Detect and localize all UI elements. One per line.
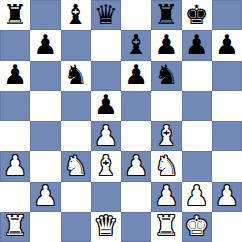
square-g5[interactable] bbox=[182, 91, 212, 121]
square-h8[interactable] bbox=[212, 0, 242, 30]
black-pawn-h7[interactable]: ♟ bbox=[215, 31, 239, 58]
square-c2[interactable] bbox=[61, 182, 91, 212]
black-rook-a8[interactable]: ♜ bbox=[3, 1, 27, 28]
square-c3[interactable]: ♞ bbox=[61, 151, 91, 181]
white-pawn-f2[interactable]: ♟ bbox=[154, 182, 178, 209]
square-g2[interactable]: ♟ bbox=[182, 182, 212, 212]
square-h1[interactable] bbox=[212, 212, 242, 242]
square-e7[interactable]: ♝ bbox=[121, 30, 151, 60]
square-f7[interactable]: ♟ bbox=[151, 30, 181, 60]
square-c6[interactable]: ♞ bbox=[61, 61, 91, 91]
square-b6[interactable] bbox=[30, 61, 60, 91]
white-rook-f1[interactable]: ♜ bbox=[154, 212, 178, 239]
square-f8[interactable]: ♜ bbox=[151, 0, 181, 30]
square-h6[interactable] bbox=[212, 61, 242, 91]
square-f4[interactable]: ♝ bbox=[151, 121, 181, 151]
black-pawn-b7[interactable]: ♟ bbox=[33, 31, 57, 58]
square-h3[interactable] bbox=[212, 151, 242, 181]
square-a8[interactable]: ♜ bbox=[0, 0, 30, 30]
white-knight-c3[interactable]: ♞ bbox=[64, 152, 88, 179]
square-e3[interactable]: ♟ bbox=[121, 151, 151, 181]
square-b8[interactable] bbox=[30, 0, 60, 30]
square-d4[interactable]: ♟ bbox=[91, 121, 121, 151]
white-pawn-a3[interactable]: ♟ bbox=[3, 152, 27, 179]
square-f3[interactable]: ♞ bbox=[151, 151, 181, 181]
black-pawn-d5[interactable]: ♟ bbox=[94, 91, 118, 118]
square-h2[interactable]: ♟ bbox=[212, 182, 242, 212]
black-pawn-f7[interactable]: ♟ bbox=[154, 31, 178, 58]
black-rook-f8[interactable]: ♜ bbox=[154, 1, 178, 28]
square-d7[interactable] bbox=[91, 30, 121, 60]
square-g4[interactable] bbox=[182, 121, 212, 151]
square-c5[interactable] bbox=[61, 91, 91, 121]
black-queen-d8[interactable]: ♛ bbox=[94, 1, 118, 28]
black-king-g8[interactable]: ♚ bbox=[185, 1, 209, 28]
square-g8[interactable]: ♚ bbox=[182, 0, 212, 30]
square-e6[interactable]: ♟ bbox=[121, 61, 151, 91]
square-c7[interactable] bbox=[61, 30, 91, 60]
square-c1[interactable] bbox=[61, 212, 91, 242]
square-e8[interactable] bbox=[121, 0, 151, 30]
square-a1[interactable]: ♜ bbox=[0, 212, 30, 242]
white-queen-d1[interactable]: ♛ bbox=[94, 212, 118, 239]
square-h4[interactable] bbox=[212, 121, 242, 151]
black-knight-c6[interactable]: ♞ bbox=[64, 61, 88, 88]
black-pawn-e6[interactable]: ♟ bbox=[124, 61, 148, 88]
square-c4[interactable] bbox=[61, 121, 91, 151]
square-d8[interactable]: ♛ bbox=[91, 0, 121, 30]
square-b3[interactable] bbox=[30, 151, 60, 181]
square-a6[interactable]: ♟ bbox=[0, 61, 30, 91]
black-bishop-e7[interactable]: ♝ bbox=[124, 31, 148, 58]
square-f2[interactable]: ♟ bbox=[151, 182, 181, 212]
square-a2[interactable] bbox=[0, 182, 30, 212]
white-pawn-g2[interactable]: ♟ bbox=[185, 182, 209, 209]
square-d6[interactable] bbox=[91, 61, 121, 91]
square-f6[interactable]: ♞ bbox=[151, 61, 181, 91]
square-e4[interactable] bbox=[121, 121, 151, 151]
black-pawn-g7[interactable]: ♟ bbox=[185, 31, 209, 58]
square-a5[interactable] bbox=[0, 91, 30, 121]
square-b4[interactable] bbox=[30, 121, 60, 151]
square-d3[interactable]: ♝ bbox=[91, 151, 121, 181]
square-h7[interactable]: ♟ bbox=[212, 30, 242, 60]
square-e2[interactable] bbox=[121, 182, 151, 212]
white-king-g1[interactable]: ♚ bbox=[185, 212, 209, 239]
square-g7[interactable]: ♟ bbox=[182, 30, 212, 60]
square-b1[interactable] bbox=[30, 212, 60, 242]
square-b2[interactable]: ♟ bbox=[30, 182, 60, 212]
square-e1[interactable] bbox=[121, 212, 151, 242]
white-bishop-d3[interactable]: ♝ bbox=[94, 152, 118, 179]
square-c8[interactable]: ♝ bbox=[61, 0, 91, 30]
square-g1[interactable]: ♚ bbox=[182, 212, 212, 242]
white-knight-f3[interactable]: ♞ bbox=[154, 152, 178, 179]
white-rook-a1[interactable]: ♜ bbox=[3, 212, 27, 239]
square-d1[interactable]: ♛ bbox=[91, 212, 121, 242]
square-d5[interactable]: ♟ bbox=[91, 91, 121, 121]
black-knight-f6[interactable]: ♞ bbox=[154, 61, 178, 88]
white-pawn-e3[interactable]: ♟ bbox=[124, 152, 148, 179]
square-f5[interactable] bbox=[151, 91, 181, 121]
white-pawn-b2[interactable]: ♟ bbox=[33, 182, 57, 209]
square-g6[interactable] bbox=[182, 61, 212, 91]
square-e5[interactable] bbox=[121, 91, 151, 121]
square-a7[interactable] bbox=[0, 30, 30, 60]
square-f1[interactable]: ♜ bbox=[151, 212, 181, 242]
square-g3[interactable] bbox=[182, 151, 212, 181]
black-pawn-a6[interactable]: ♟ bbox=[3, 61, 27, 88]
white-pawn-d4[interactable]: ♟ bbox=[94, 122, 118, 149]
black-bishop-c8[interactable]: ♝ bbox=[64, 1, 88, 28]
square-b7[interactable]: ♟ bbox=[30, 30, 60, 60]
square-a3[interactable]: ♟ bbox=[0, 151, 30, 181]
white-bishop-f4[interactable]: ♝ bbox=[154, 122, 178, 149]
white-pawn-h2[interactable]: ♟ bbox=[215, 182, 239, 209]
square-h5[interactable] bbox=[212, 91, 242, 121]
square-d2[interactable] bbox=[91, 182, 121, 212]
square-a4[interactable] bbox=[0, 121, 30, 151]
square-b5[interactable] bbox=[30, 91, 60, 121]
chess-board: ♜♝♛♜♚♟♝♟♟♟♟♞♟♞♟♟♝♟♞♝♟♞♟♟♟♟♜♛♜♚ bbox=[0, 0, 242, 242]
